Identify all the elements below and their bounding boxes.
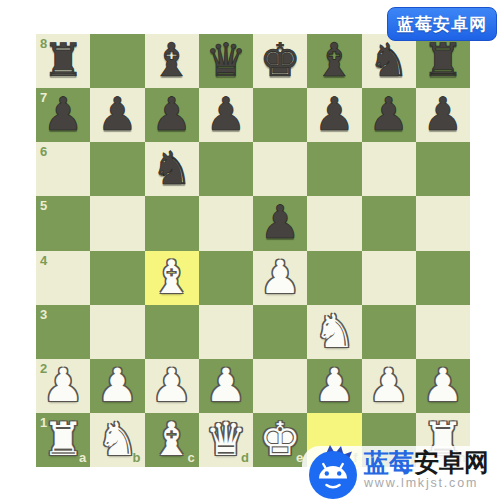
white-bishop[interactable]: ♝ <box>151 416 192 462</box>
square-c5[interactable] <box>145 196 199 250</box>
black-pawn[interactable]: ♟ <box>422 91 463 137</box>
square-g4[interactable] <box>362 251 416 305</box>
screenshot-background: 8♜♝♛♚♝♞♜7♟♟♟♟♟♟♟6♞5♟4♝♟3♞2♟♟♟♟♟♟♟1a♜b♞c♝… <box>0 0 500 500</box>
white-pawn[interactable]: ♟ <box>151 362 192 408</box>
square-b2[interactable]: ♟ <box>90 359 144 413</box>
black-knight[interactable]: ♞ <box>368 37 409 83</box>
square-h8[interactable]: ♜ <box>416 34 470 88</box>
white-pawn[interactable]: ♟ <box>97 362 138 408</box>
square-e4[interactable]: ♟ <box>253 251 307 305</box>
square-c8[interactable]: ♝ <box>145 34 199 88</box>
square-a2[interactable]: 2♟ <box>36 359 90 413</box>
square-c3[interactable] <box>145 305 199 359</box>
square-c2[interactable]: ♟ <box>145 359 199 413</box>
square-e5[interactable]: ♟ <box>253 196 307 250</box>
square-e6[interactable] <box>253 142 307 196</box>
square-b1[interactable]: b♞ <box>90 413 144 467</box>
square-h5[interactable] <box>416 196 470 250</box>
white-queen[interactable]: ♛ <box>205 416 246 462</box>
chess-board: 8♜♝♛♚♝♞♜7♟♟♟♟♟♟♟6♞5♟4♝♟3♞2♟♟♟♟♟♟♟1a♜b♞c♝… <box>36 34 470 467</box>
white-knight[interactable]: ♞ <box>314 308 355 354</box>
square-c1[interactable]: c♝ <box>145 413 199 467</box>
square-f7[interactable]: ♟ <box>307 88 361 142</box>
square-b5[interactable] <box>90 196 144 250</box>
square-d6[interactable] <box>199 142 253 196</box>
black-king[interactable]: ♚ <box>260 37 301 83</box>
square-e2[interactable] <box>253 359 307 413</box>
rank-label-3: 3 <box>40 307 47 322</box>
black-rook[interactable]: ♜ <box>422 37 463 83</box>
white-pawn[interactable]: ♟ <box>314 362 355 408</box>
square-e1[interactable]: e♚ <box>253 413 307 467</box>
square-a3[interactable]: 3 <box>36 305 90 359</box>
rank-label-6: 6 <box>40 144 47 159</box>
white-bishop[interactable]: ♝ <box>151 254 192 300</box>
black-queen[interactable]: ♛ <box>205 37 246 83</box>
square-d3[interactable] <box>199 305 253 359</box>
square-a4[interactable]: 4 <box>36 251 90 305</box>
watermark-brand-title: 蓝莓安卓网 <box>364 449 500 475</box>
square-d5[interactable] <box>199 196 253 250</box>
watermark-brand-dark: 安卓网 <box>414 448 489 476</box>
white-knight[interactable]: ♞ <box>97 416 138 462</box>
rank-label-4: 4 <box>40 253 47 268</box>
white-pawn[interactable]: ♟ <box>260 254 301 300</box>
watermark-bottom-right-text: 蓝莓安卓网 www.lmkjst.com <box>364 449 500 490</box>
black-pawn[interactable]: ♟ <box>43 91 84 137</box>
black-pawn[interactable]: ♟ <box>368 91 409 137</box>
square-e3[interactable] <box>253 305 307 359</box>
black-bishop[interactable]: ♝ <box>151 37 192 83</box>
square-g6[interactable] <box>362 142 416 196</box>
square-g5[interactable] <box>362 196 416 250</box>
black-knight[interactable]: ♞ <box>151 145 192 191</box>
square-b3[interactable] <box>90 305 144 359</box>
black-bishop[interactable]: ♝ <box>314 37 355 83</box>
square-a5[interactable]: 5 <box>36 196 90 250</box>
square-h4[interactable] <box>416 251 470 305</box>
white-pawn[interactable]: ♟ <box>43 362 84 408</box>
square-a7[interactable]: 7♟ <box>36 88 90 142</box>
square-h2[interactable]: ♟ <box>416 359 470 413</box>
square-d4[interactable] <box>199 251 253 305</box>
rank-label-5: 5 <box>40 198 47 213</box>
square-d1[interactable]: d♛ <box>199 413 253 467</box>
square-b6[interactable] <box>90 142 144 196</box>
square-e7[interactable] <box>253 88 307 142</box>
square-f6[interactable] <box>307 142 361 196</box>
black-pawn[interactable]: ♟ <box>97 91 138 137</box>
square-f5[interactable] <box>307 196 361 250</box>
square-c6[interactable]: ♞ <box>145 142 199 196</box>
square-f4[interactable] <box>307 251 361 305</box>
black-pawn[interactable]: ♟ <box>205 91 246 137</box>
square-f8[interactable]: ♝ <box>307 34 361 88</box>
black-pawn[interactable]: ♟ <box>151 91 192 137</box>
square-a8[interactable]: 8♜ <box>36 34 90 88</box>
white-pawn[interactable]: ♟ <box>422 362 463 408</box>
square-g7[interactable]: ♟ <box>362 88 416 142</box>
watermark-top-right-badge: 蓝莓安卓网 <box>387 7 497 41</box>
black-rook[interactable]: ♜ <box>43 37 84 83</box>
square-h6[interactable] <box>416 142 470 196</box>
square-b7[interactable]: ♟ <box>90 88 144 142</box>
square-g2[interactable]: ♟ <box>362 359 416 413</box>
square-e8[interactable]: ♚ <box>253 34 307 88</box>
watermark-brand-blue: 蓝莓 <box>364 448 414 476</box>
black-pawn[interactable]: ♟ <box>314 91 355 137</box>
watermark-url: www.lmkjst.com <box>364 476 500 490</box>
white-pawn[interactable]: ♟ <box>368 362 409 408</box>
square-a6[interactable]: 6 <box>36 142 90 196</box>
square-h7[interactable]: ♟ <box>416 88 470 142</box>
white-rook[interactable]: ♜ <box>43 416 84 462</box>
square-a1[interactable]: 1a♜ <box>36 413 90 467</box>
square-d7[interactable]: ♟ <box>199 88 253 142</box>
white-pawn[interactable]: ♟ <box>205 362 246 408</box>
square-c4[interactable]: ♝ <box>145 251 199 305</box>
square-c7[interactable]: ♟ <box>145 88 199 142</box>
square-b4[interactable] <box>90 251 144 305</box>
watermark-top-right-text: 蓝莓安卓网 <box>397 13 487 36</box>
blueberry-android-mascot-icon <box>306 443 360 500</box>
black-pawn[interactable]: ♟ <box>260 199 301 245</box>
square-f3[interactable]: ♞ <box>307 305 361 359</box>
square-d2[interactable]: ♟ <box>199 359 253 413</box>
square-g8[interactable]: ♞ <box>362 34 416 88</box>
white-king[interactable]: ♚ <box>260 416 301 462</box>
square-b8[interactable] <box>90 34 144 88</box>
square-g3[interactable] <box>362 305 416 359</box>
square-h3[interactable] <box>416 305 470 359</box>
square-f2[interactable]: ♟ <box>307 359 361 413</box>
square-d8[interactable]: ♛ <box>199 34 253 88</box>
